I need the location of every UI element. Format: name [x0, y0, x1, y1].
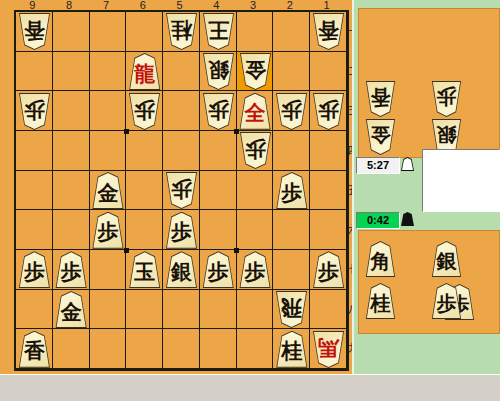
- square-9-5[interactable]: [16, 171, 53, 211]
- shogi-app: 987654321 一二三四五六七八九 香桂王香龍銀金歩歩歩全歩歩歩金歩歩歩歩歩…: [0, 0, 500, 401]
- shogi-piece-龍[interactable]: 龍: [128, 53, 161, 90]
- shogi-piece-金[interactable]: 金: [239, 53, 272, 90]
- shogi-piece-桂[interactable]: 桂: [365, 283, 396, 319]
- shogi-piece-銀[interactable]: 銀: [165, 251, 198, 288]
- black-piece-icon: [401, 212, 414, 226]
- shogi-piece-角[interactable]: 角: [365, 241, 396, 277]
- square-6-5[interactable]: [126, 171, 163, 211]
- shogi-board[interactable]: 香桂王香龍銀金歩歩歩全歩歩歩金歩歩歩歩歩歩玉銀歩歩歩金飛香桂馬: [14, 10, 349, 371]
- square-2-2[interactable]: [273, 52, 310, 92]
- square-3-6[interactable]: [237, 210, 274, 250]
- white-piece-icon: [401, 157, 414, 171]
- square-9-2[interactable]: [16, 52, 53, 92]
- shogi-piece-金[interactable]: 金: [365, 119, 396, 155]
- square-6-6[interactable]: [126, 210, 163, 250]
- square-2-7[interactable]: [273, 250, 310, 290]
- shogi-piece-歩[interactable]: 歩: [431, 81, 462, 117]
- square-7-3[interactable]: [90, 91, 127, 131]
- square-9-6[interactable]: [16, 210, 53, 250]
- square-4-9[interactable]: [200, 329, 237, 369]
- shogi-piece-王[interactable]: 王: [202, 13, 235, 50]
- shogi-piece-歩[interactable]: 歩: [165, 212, 198, 249]
- shogi-piece-歩[interactable]: 歩: [431, 283, 462, 319]
- shogi-piece-歩[interactable]: 歩: [275, 172, 308, 209]
- square-8-3[interactable]: [53, 91, 90, 131]
- square-1-5[interactable]: [310, 171, 347, 211]
- shogi-piece-銀[interactable]: 銀: [202, 53, 235, 90]
- shogi-piece-桂[interactable]: 桂: [165, 13, 198, 50]
- square-5-4[interactable]: [163, 131, 200, 171]
- square-3-8[interactable]: [237, 290, 274, 330]
- shogi-piece-歩[interactable]: 歩: [202, 251, 235, 288]
- square-3-9[interactable]: [237, 329, 274, 369]
- shogi-piece-歩[interactable]: 歩: [55, 251, 88, 288]
- square-8-9[interactable]: [53, 329, 90, 369]
- square-6-9[interactable]: [126, 329, 163, 369]
- shogi-piece-歩[interactable]: 歩: [239, 251, 272, 288]
- square-4-4[interactable]: [200, 131, 237, 171]
- square-3-5[interactable]: [237, 171, 274, 211]
- side-panel: 香歩金銀 5:27 0:42 角銀桂歩歩: [352, 0, 500, 374]
- square-7-1[interactable]: [90, 12, 127, 52]
- shogi-piece-香[interactable]: 香: [312, 13, 345, 50]
- board-panel: 987654321 一二三四五六七八九 香桂王香龍銀金歩歩歩全歩歩歩金歩歩歩歩歩…: [0, 0, 352, 374]
- square-7-7[interactable]: [90, 250, 127, 290]
- square-2-1[interactable]: [273, 12, 310, 52]
- square-8-6[interactable]: [53, 210, 90, 250]
- square-5-3[interactable]: [163, 91, 200, 131]
- sente-clock: 0:42: [356, 212, 400, 229]
- gote-captured-tray: 香歩金銀: [358, 8, 500, 158]
- shogi-piece-金[interactable]: 金: [55, 291, 88, 328]
- square-5-9[interactable]: [163, 329, 200, 369]
- square-5-2[interactable]: [163, 52, 200, 92]
- square-4-5[interactable]: [200, 171, 237, 211]
- square-8-5[interactable]: [53, 171, 90, 211]
- square-6-1[interactable]: [126, 12, 163, 52]
- shogi-piece-歩[interactable]: 歩: [128, 93, 161, 130]
- square-4-6[interactable]: [200, 210, 237, 250]
- shogi-piece-歩[interactable]: 歩: [165, 172, 198, 209]
- square-7-8[interactable]: [90, 290, 127, 330]
- shogi-piece-歩[interactable]: 歩: [312, 251, 345, 288]
- shogi-piece-歩[interactable]: 歩: [275, 93, 308, 130]
- square-9-8[interactable]: [16, 290, 53, 330]
- shogi-piece-銀[interactable]: 銀: [431, 241, 462, 277]
- toolbar: 手数 120 GO |< < > >| 着手確認 観戦者 0 更新: [0, 374, 500, 401]
- shogi-piece-香[interactable]: 香: [365, 81, 396, 117]
- gote-clock: 5:27: [356, 157, 400, 174]
- square-9-4[interactable]: [16, 131, 53, 171]
- square-2-4[interactable]: [273, 131, 310, 171]
- square-1-8[interactable]: [310, 290, 347, 330]
- square-8-1[interactable]: [53, 12, 90, 52]
- square-1-4[interactable]: [310, 131, 347, 171]
- shogi-piece-歩[interactable]: 歩: [18, 93, 51, 130]
- shogi-piece-歩[interactable]: 歩: [312, 93, 345, 130]
- square-1-6[interactable]: [310, 210, 347, 250]
- shogi-piece-香[interactable]: 香: [18, 13, 51, 50]
- square-1-2[interactable]: [310, 52, 347, 92]
- square-7-4[interactable]: [90, 131, 127, 171]
- shogi-piece-歩[interactable]: 歩: [202, 93, 235, 130]
- square-2-6[interactable]: [273, 210, 310, 250]
- shogi-piece-玉[interactable]: 玉: [128, 251, 161, 288]
- shogi-piece-歩[interactable]: 歩: [91, 212, 124, 249]
- square-8-2[interactable]: [53, 52, 90, 92]
- shogi-piece-金[interactable]: 金: [91, 172, 124, 209]
- square-7-2[interactable]: [90, 52, 127, 92]
- square-7-9[interactable]: [90, 329, 127, 369]
- shogi-piece-全[interactable]: 全: [239, 93, 272, 130]
- shogi-piece-馬[interactable]: 馬: [312, 331, 345, 368]
- shogi-piece-桂[interactable]: 桂: [275, 331, 308, 368]
- shogi-piece-歩[interactable]: 歩: [239, 132, 272, 169]
- square-4-8[interactable]: [200, 290, 237, 330]
- square-6-8[interactable]: [126, 290, 163, 330]
- square-5-8[interactable]: [163, 290, 200, 330]
- square-6-4[interactable]: [126, 131, 163, 171]
- shogi-piece-飛[interactable]: 飛: [275, 291, 308, 328]
- square-3-1[interactable]: [237, 12, 274, 52]
- square-8-4[interactable]: [53, 131, 90, 171]
- shogi-piece-歩[interactable]: 歩: [18, 251, 51, 288]
- shogi-piece-香[interactable]: 香: [18, 331, 51, 368]
- spectator-list-box: [422, 149, 500, 212]
- sente-captured-tray: 角銀桂歩歩: [358, 230, 500, 334]
